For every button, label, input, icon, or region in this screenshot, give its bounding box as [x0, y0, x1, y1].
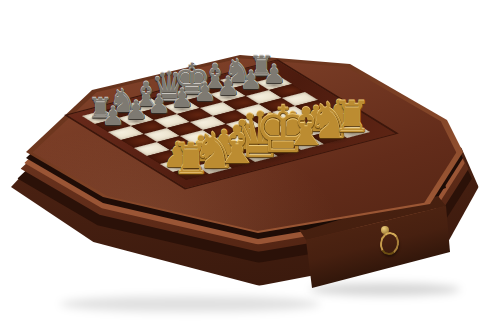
black-pawn-f7[interactable]: ♟︎ — [216, 74, 239, 100]
black-pawn-h7[interactable]: ♟︎ — [262, 62, 285, 88]
black-pawn-g7[interactable]: ♟︎ — [239, 68, 262, 94]
pieces-layer: ♜︎♞︎♝︎♛︎♚︎♝︎♞︎♜︎♟︎♟︎♟︎♟︎♟︎♟︎♟︎♟︎♟︎♟︎♟︎♟︎… — [0, 0, 480, 331]
black-pawn-d7[interactable]: ♟︎ — [170, 86, 193, 112]
white-rook-h1[interactable]: ♜︎ — [333, 96, 372, 139]
black-pawn-a7[interactable]: ♟︎ — [101, 104, 124, 130]
black-pawn-e7[interactable]: ♟︎ — [193, 80, 216, 106]
black-pawn-b7[interactable]: ♟︎ — [124, 98, 147, 124]
black-pawn-c7[interactable]: ♟︎ — [147, 92, 170, 118]
chess-set-photo: ♜︎♞︎♝︎♛︎♚︎♝︎♞︎♜︎♟︎♟︎♟︎♟︎♟︎♟︎♟︎♟︎♟︎♟︎♟︎♟︎… — [0, 0, 480, 331]
